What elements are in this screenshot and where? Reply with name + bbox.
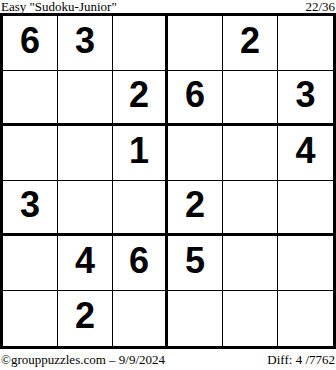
- cell-r4c1[interactable]: 3: [3, 181, 58, 236]
- cell-r6c6[interactable]: [278, 291, 333, 346]
- cell-r3c3[interactable]: 1: [113, 126, 168, 181]
- cell-r3c4[interactable]: [168, 126, 223, 181]
- puzzle-page: Easy "Sudoku-Junior" 22/36 6322631432465…: [0, 0, 336, 370]
- cell-r2c6[interactable]: 3: [278, 71, 333, 126]
- cell-r5c6[interactable]: [278, 236, 333, 291]
- copyright-text: ©grouppuzzles.com – 9/9/2024: [1, 353, 165, 367]
- cell-r1c1[interactable]: 6: [3, 16, 58, 71]
- cell-r2c3[interactable]: 2: [113, 71, 168, 126]
- cell-r3c6[interactable]: 4: [278, 126, 333, 181]
- cell-r4c2[interactable]: [58, 181, 113, 236]
- cell-r4c5[interactable]: [223, 181, 278, 236]
- puzzle-title: Easy "Sudoku-Junior": [1, 0, 117, 13]
- cell-r1c4[interactable]: [168, 16, 223, 71]
- cell-r6c2[interactable]: 2: [58, 291, 113, 346]
- cell-r6c1[interactable]: [3, 291, 58, 346]
- cell-r3c1[interactable]: [3, 126, 58, 181]
- sudoku-grid: 63226314324652: [0, 13, 336, 349]
- cell-r2c2[interactable]: [58, 71, 113, 126]
- cell-r1c5[interactable]: 2: [223, 16, 278, 71]
- puzzle-progress: 22/36: [305, 0, 335, 13]
- cell-r5c3[interactable]: 6: [113, 236, 168, 291]
- cell-r2c1[interactable]: [3, 71, 58, 126]
- cell-r6c4[interactable]: [168, 291, 223, 346]
- cell-r2c5[interactable]: [223, 71, 278, 126]
- cell-r6c3[interactable]: [113, 291, 168, 346]
- cell-r4c3[interactable]: [113, 181, 168, 236]
- cell-r5c5[interactable]: [223, 236, 278, 291]
- difficulty-text: Diff: 4 /7762: [267, 353, 335, 367]
- cell-r5c1[interactable]: [3, 236, 58, 291]
- cell-r4c4[interactable]: 2: [168, 181, 223, 236]
- cell-r2c4[interactable]: 6: [168, 71, 223, 126]
- header-bar: Easy "Sudoku-Junior" 22/36: [0, 0, 336, 13]
- cell-r1c2[interactable]: 3: [58, 16, 113, 71]
- cell-r1c6[interactable]: [278, 16, 333, 71]
- footer-bar: ©grouppuzzles.com – 9/9/2024 Diff: 4 /77…: [0, 353, 336, 367]
- cell-r3c2[interactable]: [58, 126, 113, 181]
- cell-r4c6[interactable]: [278, 181, 333, 236]
- cell-r5c2[interactable]: 4: [58, 236, 113, 291]
- cell-r3c5[interactable]: [223, 126, 278, 181]
- cell-r5c4[interactable]: 5: [168, 236, 223, 291]
- cell-r6c5[interactable]: [223, 291, 278, 346]
- cell-r1c3[interactable]: [113, 16, 168, 71]
